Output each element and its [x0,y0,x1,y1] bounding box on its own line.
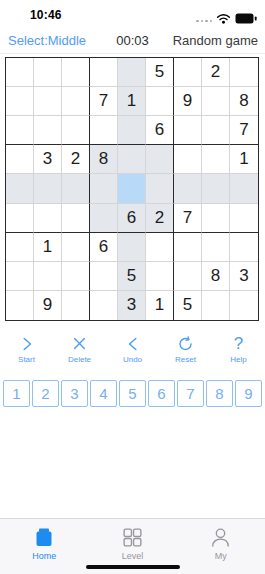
cell-r8c9[interactable]: 3 [230,262,258,291]
cell-r3c9[interactable]: 7 [230,116,258,145]
cell-r9c1[interactable] [6,291,34,320]
cell-r6c5[interactable]: 6 [118,204,146,233]
cell-r7c5[interactable] [118,233,146,262]
numpad-key-3[interactable]: 3 [61,380,88,407]
cell-r3c2[interactable] [34,116,62,145]
cell-r9c9[interactable] [230,291,258,320]
home-indicator[interactable] [86,565,180,570]
cell-r3c3[interactable] [62,116,90,145]
cell-r4c8[interactable] [202,145,230,174]
cell-r5c7[interactable] [174,174,202,203]
cell-r6c8[interactable] [202,204,230,233]
cell-r1c4[interactable] [90,58,118,87]
wifi-icon [216,10,231,28]
delete-label: Delete [68,355,91,364]
numpad-key-9[interactable]: 9 [235,380,262,407]
cell-r5c8[interactable] [202,174,230,203]
cell-r6c4[interactable] [90,204,118,233]
cell-r6c2[interactable] [34,204,62,233]
tab-home[interactable]: Home [0,519,88,574]
cell-r4c4[interactable]: 8 [90,145,118,174]
cell-r3c7[interactable] [174,116,202,145]
x-icon [72,335,87,352]
sudoku-board[interactable]: 527198673281627165839315 [5,57,259,321]
cell-r2c2[interactable] [34,87,62,116]
undo-label: Undo [123,355,142,364]
start-button[interactable]: Start [0,331,53,373]
cell-r9c6[interactable]: 1 [146,291,174,320]
numpad-key-1[interactable]: 1 [3,380,30,407]
cell-r9c5[interactable]: 3 [118,291,146,320]
cell-r3c8[interactable] [202,116,230,145]
cell-r5c3[interactable] [62,174,90,203]
cell-r8c4[interactable] [90,262,118,291]
reset-label: Reset [175,355,196,364]
start-label: Start [18,355,35,364]
chevron-right-icon [19,335,35,352]
cell-r4c1[interactable] [6,145,34,174]
delete-button[interactable]: Delete [53,331,106,373]
cell-r5c1[interactable] [6,174,34,203]
cell-r1c6[interactable]: 5 [146,58,174,87]
cell-r8c5[interactable]: 5 [118,262,146,291]
cell-r7c1[interactable] [6,233,34,262]
cell-r8c6[interactable] [146,262,174,291]
tab-level-label: Level [122,551,144,561]
person-icon [209,526,232,549]
cell-r2c8[interactable] [202,87,230,116]
cell-r6c7[interactable]: 7 [174,204,202,233]
cell-r2c4[interactable]: 7 [90,87,118,116]
toolbar: Start Delete Undo Reset ? Help [0,331,265,373]
cell-r1c1[interactable] [6,58,34,87]
cell-r5c2[interactable] [34,174,62,203]
cell-r4c2[interactable]: 3 [34,145,62,174]
cellular-signal-icon [196,20,212,23]
cell-r6c9[interactable] [230,204,258,233]
cell-r2c3[interactable] [62,87,90,116]
tab-my[interactable]: My [177,519,265,574]
cell-r1c3[interactable] [62,58,90,87]
undo-button[interactable]: Undo [106,331,159,373]
cell-r2c1[interactable] [6,87,34,116]
cell-r7c4[interactable]: 6 [90,233,118,262]
cell-r2c7[interactable]: 9 [174,87,202,116]
cell-r5c9[interactable] [230,174,258,203]
cell-r9c2[interactable]: 9 [34,291,62,320]
status-icons [196,10,257,28]
cell-r4c6[interactable] [146,145,174,174]
numpad-key-6[interactable]: 6 [148,380,175,407]
numpad-key-5[interactable]: 5 [119,380,146,407]
number-pad: 123456789 [3,380,262,407]
cell-r9c4[interactable] [90,291,118,320]
question-icon: ? [234,335,243,352]
numpad-key-7[interactable]: 7 [177,380,204,407]
cell-r7c7[interactable] [174,233,202,262]
cell-r4c3[interactable]: 2 [62,145,90,174]
cell-r1c7[interactable] [174,58,202,87]
cell-r8c8[interactable]: 8 [202,262,230,291]
reset-button[interactable]: Reset [159,331,212,373]
cell-r1c8[interactable]: 2 [202,58,230,87]
clock-time: 10:46 [30,8,62,22]
cell-r7c6[interactable] [146,233,174,262]
cell-r8c1[interactable] [6,262,34,291]
cell-r9c8[interactable] [202,291,230,320]
cell-r4c5[interactable] [118,145,146,174]
cell-r7c3[interactable] [62,233,90,262]
tab-my-label: My [215,551,227,561]
cell-r6c1[interactable] [6,204,34,233]
cell-r6c6[interactable]: 2 [146,204,174,233]
chevron-left-icon [125,335,141,352]
cell-r7c2[interactable]: 1 [34,233,62,262]
cell-r7c8[interactable] [202,233,230,262]
cell-r3c4[interactable] [90,116,118,145]
numpad-key-8[interactable]: 8 [206,380,233,407]
help-label: Help [230,355,246,364]
cell-r5c4[interactable] [90,174,118,203]
cell-r4c9[interactable]: 1 [230,145,258,174]
cell-r1c2[interactable] [34,58,62,87]
cell-r3c6[interactable]: 6 [146,116,174,145]
cell-r2c5[interactable]: 1 [118,87,146,116]
game-mode-label[interactable]: Random game [173,33,258,48]
cell-r3c5[interactable] [118,116,146,145]
cell-r4c7[interactable] [174,145,202,174]
cell-r7c9[interactable] [230,233,258,262]
cell-r8c2[interactable] [34,262,62,291]
cell-r1c5[interactable] [118,58,146,87]
battery-icon [235,10,257,28]
cell-r8c3[interactable] [62,262,90,291]
cell-r1c9[interactable] [230,58,258,87]
tab-home-label: Home [32,551,56,561]
cell-r8c7[interactable] [174,262,202,291]
cell-r9c7[interactable]: 5 [174,291,202,320]
cell-r5c6[interactable] [146,174,174,203]
numpad-key-2[interactable]: 2 [32,380,59,407]
cell-r6c3[interactable] [62,204,90,233]
cell-r2c6[interactable] [146,87,174,116]
grid-icon [121,526,144,549]
numpad-key-4[interactable]: 4 [90,380,117,407]
game-header: Select:Middle 00:03 Random game [0,28,265,54]
cell-r9c3[interactable] [62,291,90,320]
cell-r2c9[interactable]: 8 [230,87,258,116]
help-button[interactable]: ? Help [212,331,265,373]
home-box-icon [32,526,56,549]
cell-r5c5[interactable] [118,174,146,203]
refresh-icon [177,335,194,352]
cell-r3c1[interactable] [6,116,34,145]
status-bar: 10:46 [0,0,265,28]
